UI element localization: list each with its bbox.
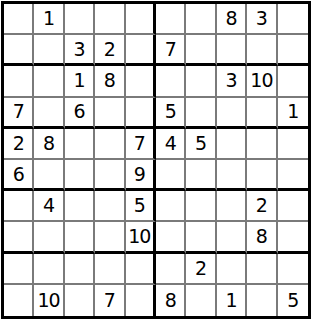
cell-r6c6[interactable] <box>156 160 186 191</box>
cell-r3c3[interactable]: 1 <box>65 66 95 97</box>
cell-r3c7[interactable] <box>186 66 216 97</box>
cell-r5c8[interactable] <box>217 129 247 160</box>
cell-r1c9[interactable]: 3 <box>247 4 277 35</box>
cell-r4c9[interactable] <box>247 98 277 129</box>
cell-r10c6[interactable]: 8 <box>156 285 186 316</box>
cell-r7c2[interactable]: 4 <box>34 191 64 222</box>
cell-r4c5[interactable] <box>126 98 156 129</box>
cell-r2c6[interactable]: 7 <box>156 35 186 66</box>
cell-r2c1[interactable] <box>4 35 34 66</box>
cell-r9c6[interactable] <box>156 254 186 285</box>
cell-r9c8[interactable] <box>217 254 247 285</box>
cell-r6c7[interactable] <box>186 160 216 191</box>
cell-r3c4[interactable]: 8 <box>95 66 125 97</box>
cell-r8c1[interactable] <box>4 222 34 253</box>
cell-r3c1[interactable] <box>4 66 34 97</box>
cell-r4c2[interactable] <box>34 98 64 129</box>
cell-r8c4[interactable] <box>95 222 125 253</box>
cell-r10c9[interactable] <box>247 285 277 316</box>
cell-r8c9[interactable]: 8 <box>247 222 277 253</box>
cell-r4c3[interactable]: 6 <box>65 98 95 129</box>
cell-r5c9[interactable] <box>247 129 277 160</box>
cell-r6c1[interactable]: 6 <box>4 160 34 191</box>
cell-r1c6[interactable] <box>156 4 186 35</box>
cell-r3c5[interactable] <box>126 66 156 97</box>
cell-r9c9[interactable] <box>247 254 277 285</box>
cell-r10c8[interactable]: 1 <box>217 285 247 316</box>
cell-r8c8[interactable] <box>217 222 247 253</box>
cell-r4c7[interactable] <box>186 98 216 129</box>
cell-r10c10[interactable]: 5 <box>278 285 308 316</box>
cell-r6c8[interactable] <box>217 160 247 191</box>
cell-r2c5[interactable] <box>126 35 156 66</box>
cell-r10c5[interactable] <box>126 285 156 316</box>
cell-r5c6[interactable]: 4 <box>156 129 186 160</box>
cell-r1c10[interactable] <box>278 4 308 35</box>
cell-r5c3[interactable] <box>65 129 95 160</box>
cell-r1c4[interactable] <box>95 4 125 35</box>
cell-r8c7[interactable] <box>186 222 216 253</box>
cell-r2c7[interactable] <box>186 35 216 66</box>
cell-r7c5[interactable]: 5 <box>126 191 156 222</box>
cell-r9c2[interactable] <box>34 254 64 285</box>
cell-r1c3[interactable] <box>65 4 95 35</box>
cell-r1c7[interactable] <box>186 4 216 35</box>
cell-r9c5[interactable] <box>126 254 156 285</box>
cell-r5c10[interactable] <box>278 129 308 160</box>
cell-r4c4[interactable] <box>95 98 125 129</box>
cell-r7c1[interactable] <box>4 191 34 222</box>
cell-r8c2[interactable] <box>34 222 64 253</box>
cell-r9c4[interactable] <box>95 254 125 285</box>
cell-r10c2[interactable]: 10 <box>34 285 64 316</box>
cell-r5c7[interactable]: 5 <box>186 129 216 160</box>
cell-r7c4[interactable] <box>95 191 125 222</box>
cell-r9c7[interactable]: 2 <box>186 254 216 285</box>
cell-r3c2[interactable] <box>34 66 64 97</box>
cell-r4c1[interactable]: 7 <box>4 98 34 129</box>
sudoku-page: 18332718310765128745694521082107815 <box>0 0 312 320</box>
sudoku-board: 18332718310765128745694521082107815 <box>1 1 311 319</box>
cell-r3c10[interactable] <box>278 66 308 97</box>
cell-r2c10[interactable] <box>278 35 308 66</box>
cell-r10c4[interactable]: 7 <box>95 285 125 316</box>
cell-r4c10[interactable]: 1 <box>278 98 308 129</box>
cell-r5c2[interactable]: 8 <box>34 129 64 160</box>
cell-r9c3[interactable] <box>65 254 95 285</box>
cell-r9c10[interactable] <box>278 254 308 285</box>
cell-r6c10[interactable] <box>278 160 308 191</box>
cell-r5c1[interactable]: 2 <box>4 129 34 160</box>
cell-r3c6[interactable] <box>156 66 186 97</box>
cell-r5c5[interactable]: 7 <box>126 129 156 160</box>
cell-r4c6[interactable]: 5 <box>156 98 186 129</box>
cell-r1c5[interactable] <box>126 4 156 35</box>
cell-r8c6[interactable] <box>156 222 186 253</box>
cell-r7c7[interactable] <box>186 191 216 222</box>
cell-r2c3[interactable]: 3 <box>65 35 95 66</box>
cell-r6c3[interactable] <box>65 160 95 191</box>
cell-r1c2[interactable]: 1 <box>34 4 64 35</box>
cell-r8c3[interactable] <box>65 222 95 253</box>
cell-r6c5[interactable]: 9 <box>126 160 156 191</box>
cell-r8c5[interactable]: 10 <box>126 222 156 253</box>
cell-r6c9[interactable] <box>247 160 277 191</box>
cell-r6c2[interactable] <box>34 160 64 191</box>
cell-r4c8[interactable] <box>217 98 247 129</box>
cell-r7c3[interactable] <box>65 191 95 222</box>
cell-r3c8[interactable]: 3 <box>217 66 247 97</box>
cell-r2c2[interactable] <box>34 35 64 66</box>
cell-r9c1[interactable] <box>4 254 34 285</box>
cell-r6c4[interactable] <box>95 160 125 191</box>
cell-r1c1[interactable] <box>4 4 34 35</box>
cell-r3c9[interactable]: 10 <box>247 66 277 97</box>
cell-r7c9[interactable]: 2 <box>247 191 277 222</box>
cell-r10c3[interactable] <box>65 285 95 316</box>
cell-r7c10[interactable] <box>278 191 308 222</box>
cell-r2c9[interactable] <box>247 35 277 66</box>
cell-r2c8[interactable] <box>217 35 247 66</box>
cell-r8c10[interactable] <box>278 222 308 253</box>
cell-r10c7[interactable] <box>186 285 216 316</box>
cell-r10c1[interactable] <box>4 285 34 316</box>
cell-r7c8[interactable] <box>217 191 247 222</box>
cell-r5c4[interactable] <box>95 129 125 160</box>
cell-r2c4[interactable]: 2 <box>95 35 125 66</box>
cell-r7c6[interactable] <box>156 191 186 222</box>
cell-r1c8[interactable]: 8 <box>217 4 247 35</box>
